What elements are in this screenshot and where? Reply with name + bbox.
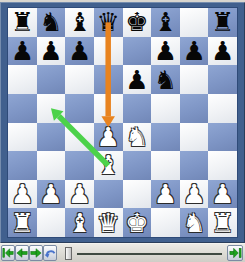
black-king[interactable]: ♚ <box>125 8 148 36</box>
square-a8[interactable]: ♜ <box>8 8 37 37</box>
square-a2[interactable]: ♟ <box>8 180 37 209</box>
square-a1[interactable]: ♜ <box>8 208 37 237</box>
step-back-icon <box>16 247 28 259</box>
square-b3[interactable] <box>37 151 66 180</box>
black-rook[interactable]: ♜ <box>11 8 34 36</box>
square-h1[interactable]: ♜ <box>208 208 237 237</box>
square-h7[interactable]: ♟ <box>208 37 237 66</box>
square-e6[interactable]: ♟ <box>123 65 152 94</box>
black-knight[interactable]: ♞ <box>39 8 62 36</box>
square-c7[interactable]: ♟ <box>65 37 94 66</box>
square-a5[interactable] <box>8 94 37 123</box>
square-f5[interactable] <box>151 94 180 123</box>
white-queen[interactable]: ♛ <box>97 209 120 237</box>
square-f1[interactable] <box>151 208 180 237</box>
black-bishop[interactable]: ♝ <box>68 8 91 36</box>
square-h3[interactable] <box>208 151 237 180</box>
black-knight[interactable]: ♞ <box>154 66 177 94</box>
square-c4[interactable] <box>65 123 94 152</box>
step-forward-button[interactable] <box>29 245 43 261</box>
square-e1[interactable]: ♚ <box>123 208 152 237</box>
black-pawn[interactable]: ♟ <box>68 37 91 65</box>
square-c8[interactable]: ♝ <box>65 8 94 37</box>
square-g6[interactable] <box>180 65 209 94</box>
square-d3[interactable]: ♝ <box>94 151 123 180</box>
square-e4[interactable]: ♞ <box>123 123 152 152</box>
takeback-icon <box>44 247 56 259</box>
square-g2[interactable]: ♟ <box>180 180 209 209</box>
square-d7[interactable] <box>94 37 123 66</box>
black-pawn[interactable]: ♟ <box>211 37 234 65</box>
chess-board: ♜♞♝♛♚♝♜♟♟♟♟♟♟♟♞♟♞♝♟♟♟♟♟♟♜♝♛♚♞♜ <box>8 8 237 237</box>
square-d6[interactable] <box>94 65 123 94</box>
step-back-button[interactable] <box>15 245 29 261</box>
black-pawn[interactable]: ♟ <box>182 37 205 65</box>
move-slider-thumb[interactable] <box>65 247 72 260</box>
square-d8[interactable]: ♛ <box>94 8 123 37</box>
jump-to-start-icon <box>2 247 14 259</box>
square-g1[interactable]: ♞ <box>180 208 209 237</box>
white-bishop[interactable]: ♝ <box>97 151 120 179</box>
square-f4[interactable] <box>151 123 180 152</box>
square-g8[interactable] <box>180 8 209 37</box>
square-b1[interactable] <box>37 208 66 237</box>
black-pawn[interactable]: ♟ <box>11 37 34 65</box>
square-g3[interactable] <box>180 151 209 180</box>
takeback-button[interactable] <box>43 245 57 261</box>
square-h5[interactable] <box>208 94 237 123</box>
white-knight[interactable]: ♞ <box>182 209 205 237</box>
square-h6[interactable] <box>208 65 237 94</box>
square-b5[interactable] <box>37 94 66 123</box>
black-rook[interactable]: ♜ <box>211 8 234 36</box>
square-d2[interactable] <box>94 180 123 209</box>
square-g7[interactable]: ♟ <box>180 37 209 66</box>
square-a7[interactable]: ♟ <box>8 37 37 66</box>
move-slider-track[interactable] <box>77 253 222 255</box>
square-f3[interactable] <box>151 151 180 180</box>
square-a6[interactable] <box>8 65 37 94</box>
step-forward-icon <box>30 247 42 259</box>
square-h2[interactable]: ♟ <box>208 180 237 209</box>
square-b2[interactable]: ♟ <box>37 180 66 209</box>
square-g5[interactable] <box>180 94 209 123</box>
white-pawn[interactable]: ♟ <box>68 180 91 208</box>
white-pawn[interactable]: ♟ <box>211 180 234 208</box>
square-f2[interactable]: ♟ <box>151 180 180 209</box>
white-bishop[interactable]: ♝ <box>68 209 91 237</box>
square-c3[interactable] <box>65 151 94 180</box>
white-rook[interactable]: ♜ <box>211 209 234 237</box>
black-bishop[interactable]: ♝ <box>154 8 177 36</box>
square-c5[interactable] <box>65 94 94 123</box>
white-pawn[interactable]: ♟ <box>39 180 62 208</box>
square-d1[interactable]: ♛ <box>94 208 123 237</box>
square-e8[interactable]: ♚ <box>123 8 152 37</box>
square-a4[interactable] <box>8 123 37 152</box>
square-f6[interactable]: ♞ <box>151 65 180 94</box>
white-pawn[interactable]: ♟ <box>182 180 205 208</box>
black-pawn[interactable]: ♟ <box>125 66 148 94</box>
navigation-toolbar <box>0 243 245 262</box>
square-e2[interactable] <box>123 180 152 209</box>
square-e5[interactable] <box>123 94 152 123</box>
board-frame: ♜♞♝♛♚♝♜♟♟♟♟♟♟♟♞♟♞♝♟♟♟♟♟♟♜♝♛♚♞♜ <box>0 2 245 243</box>
square-c1[interactable]: ♝ <box>65 208 94 237</box>
square-e3[interactable] <box>123 151 152 180</box>
square-h4[interactable] <box>208 123 237 152</box>
square-f8[interactable]: ♝ <box>151 8 180 37</box>
square-g4[interactable] <box>180 123 209 152</box>
black-queen[interactable]: ♛ <box>97 8 120 36</box>
white-knight[interactable]: ♞ <box>125 123 148 151</box>
jump-to-start-button[interactable] <box>1 245 15 261</box>
white-king[interactable]: ♚ <box>125 209 148 237</box>
jump-to-end-button[interactable] <box>227 245 243 261</box>
square-a3[interactable] <box>8 151 37 180</box>
square-d4[interactable]: ♟ <box>94 123 123 152</box>
square-b8[interactable]: ♞ <box>37 8 66 37</box>
white-rook[interactable]: ♜ <box>11 209 34 237</box>
square-d5[interactable] <box>94 94 123 123</box>
square-b7[interactable]: ♟ <box>37 37 66 66</box>
white-pawn[interactable]: ♟ <box>97 123 120 151</box>
black-pawn[interactable]: ♟ <box>154 37 177 65</box>
square-f7[interactable]: ♟ <box>151 37 180 66</box>
square-c6[interactable] <box>65 65 94 94</box>
square-c2[interactable]: ♟ <box>65 180 94 209</box>
square-e7[interactable] <box>123 37 152 66</box>
white-pawn[interactable]: ♟ <box>154 180 177 208</box>
square-b4[interactable] <box>37 123 66 152</box>
white-pawn[interactable]: ♟ <box>11 180 34 208</box>
square-b6[interactable] <box>37 65 66 94</box>
black-pawn[interactable]: ♟ <box>39 37 62 65</box>
chess-app-window: ♜♞♝♛♚♝♜♟♟♟♟♟♟♟♞♟♞♝♟♟♟♟♟♟♜♝♛♚♞♜ <box>0 0 245 262</box>
square-h8[interactable]: ♜ <box>208 8 237 37</box>
jump-to-end-icon <box>229 247 242 259</box>
